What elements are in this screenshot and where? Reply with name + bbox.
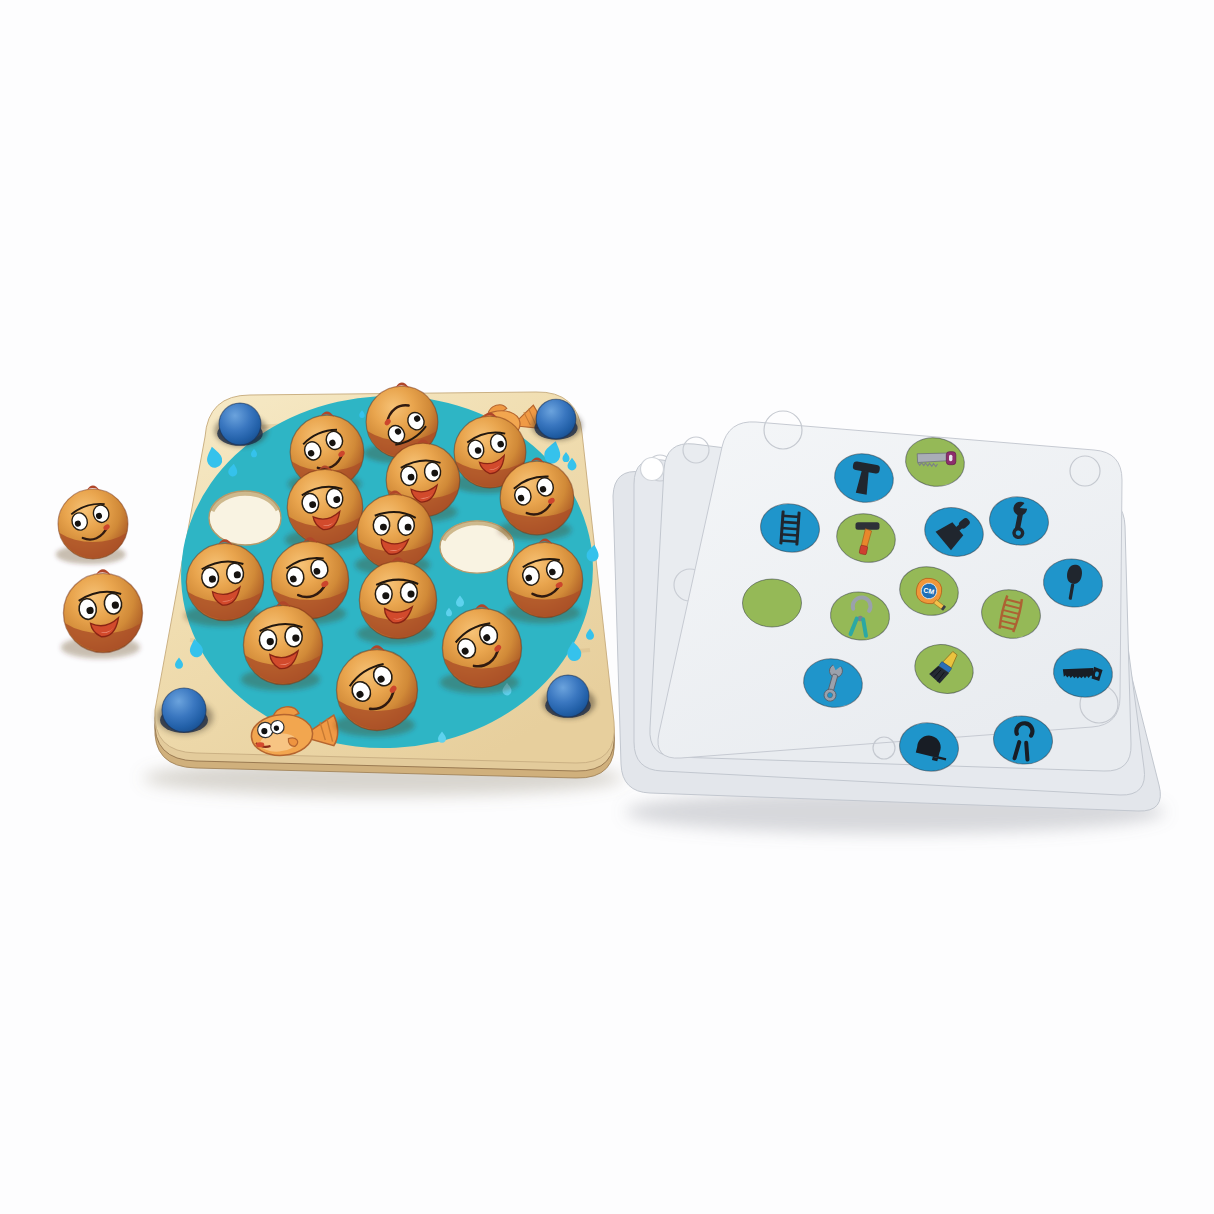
card-circle-none (743, 579, 802, 627)
product-photo-scene: CM (0, 0, 1214, 1214)
card-punch-hole (641, 458, 664, 481)
card-circle-bg (743, 579, 802, 627)
scene-svg: CM (0, 0, 1214, 1214)
pattern-card-stack[interactable] (613, 411, 1165, 834)
empty-peg-hole[interactable] (209, 491, 281, 545)
